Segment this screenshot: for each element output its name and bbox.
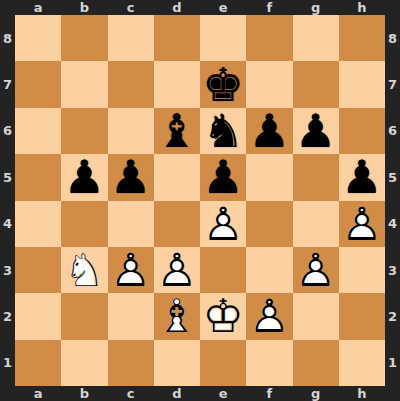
black-pawn-icon: ♟ — [108, 154, 154, 200]
file-label-h: h — [339, 0, 385, 15]
white-pawn-icon: ♟ — [339, 201, 385, 247]
white-knight-outline-icon: ♘ — [61, 247, 107, 293]
square-e3[interactable] — [200, 247, 246, 293]
file-label-a: a — [15, 386, 61, 401]
white-bishop-outline-icon: ♗ — [154, 293, 200, 339]
piece-black-king[interactable]: ♚ — [200, 61, 246, 107]
square-b7[interactable] — [61, 61, 107, 107]
square-g6[interactable]: ♟ — [293, 108, 339, 154]
square-a5[interactable] — [15, 154, 61, 200]
chess-board-frame: abcdefgh abcdefgh 87654321 87654321 ♚♝♞♟… — [0, 0, 400, 401]
piece-black-pawn[interactable]: ♟ — [293, 108, 339, 154]
black-pawn-icon: ♟ — [61, 154, 107, 200]
square-d1[interactable] — [154, 340, 200, 386]
square-a7[interactable] — [15, 61, 61, 107]
rank-label-1: 1 — [385, 340, 400, 386]
square-d4[interactable] — [154, 201, 200, 247]
square-a4[interactable] — [15, 201, 61, 247]
white-pawn-icon: ♟ — [200, 201, 246, 247]
square-e2[interactable]: ♚♔ — [200, 293, 246, 339]
square-e1[interactable] — [200, 340, 246, 386]
piece-black-pawn[interactable]: ♟ — [61, 154, 107, 200]
square-h1[interactable] — [339, 340, 385, 386]
square-f8[interactable] — [246, 15, 292, 61]
file-label-g: g — [293, 386, 339, 401]
square-f3[interactable] — [246, 247, 292, 293]
white-pawn-icon: ♟ — [246, 293, 292, 339]
square-h4[interactable]: ♟♙ — [339, 201, 385, 247]
square-b4[interactable] — [61, 201, 107, 247]
black-pawn-icon: ♟ — [293, 108, 339, 154]
square-a6[interactable] — [15, 108, 61, 154]
square-g2[interactable] — [293, 293, 339, 339]
square-c2[interactable] — [108, 293, 154, 339]
piece-white-pawn[interactable]: ♟♙ — [293, 247, 339, 293]
file-label-h: h — [339, 386, 385, 401]
square-d2[interactable]: ♝♗ — [154, 293, 200, 339]
piece-black-pawn[interactable]: ♟ — [246, 108, 292, 154]
board: ♚♝♞♟♟♟♟♟♟♟♙♟♙♞♘♟♙♟♙♟♙♝♗♚♔♟♙ — [15, 15, 385, 386]
square-g8[interactable] — [293, 15, 339, 61]
piece-black-pawn[interactable]: ♟ — [200, 154, 246, 200]
black-pawn-icon: ♟ — [339, 154, 385, 200]
black-bishop-icon: ♝ — [154, 108, 200, 154]
square-b8[interactable] — [61, 15, 107, 61]
piece-white-pawn[interactable]: ♟♙ — [200, 201, 246, 247]
black-king-icon: ♚ — [200, 61, 246, 107]
rank-label-4: 4 — [385, 201, 400, 247]
rank-label-8: 8 — [0, 15, 15, 61]
square-a1[interactable] — [15, 340, 61, 386]
square-h5[interactable]: ♟ — [339, 154, 385, 200]
piece-white-pawn[interactable]: ♟♙ — [154, 247, 200, 293]
file-label-d: d — [154, 386, 200, 401]
square-h3[interactable] — [339, 247, 385, 293]
square-e8[interactable] — [200, 15, 246, 61]
rank-label-5: 5 — [385, 154, 400, 200]
piece-white-knight[interactable]: ♞♘ — [61, 247, 107, 293]
square-c3[interactable]: ♟♙ — [108, 247, 154, 293]
file-label-f: f — [246, 386, 292, 401]
piece-black-pawn[interactable]: ♟ — [339, 154, 385, 200]
square-g1[interactable] — [293, 340, 339, 386]
white-pawn-icon: ♟ — [293, 247, 339, 293]
rank-label-7: 7 — [385, 61, 400, 107]
white-pawn-outline-icon: ♙ — [200, 201, 246, 247]
white-pawn-outline-icon: ♙ — [108, 247, 154, 293]
rank-labels-left: 87654321 — [0, 15, 15, 386]
square-e5[interactable]: ♟ — [200, 154, 246, 200]
square-e7[interactable]: ♚ — [200, 61, 246, 107]
white-king-outline-icon: ♔ — [200, 293, 246, 339]
rank-label-3: 3 — [385, 247, 400, 293]
white-bishop-icon: ♝ — [154, 293, 200, 339]
square-d5[interactable] — [154, 154, 200, 200]
black-pawn-icon: ♟ — [246, 108, 292, 154]
square-d8[interactable] — [154, 15, 200, 61]
square-d6[interactable]: ♝ — [154, 108, 200, 154]
rank-label-1: 1 — [0, 340, 15, 386]
square-b2[interactable] — [61, 293, 107, 339]
square-e4[interactable]: ♟♙ — [200, 201, 246, 247]
white-pawn-icon: ♟ — [108, 247, 154, 293]
rank-label-3: 3 — [0, 247, 15, 293]
rank-labels-right: 87654321 — [385, 15, 400, 386]
file-label-e: e — [200, 0, 246, 15]
piece-black-pawn[interactable]: ♟ — [108, 154, 154, 200]
square-g3[interactable]: ♟♙ — [293, 247, 339, 293]
square-f4[interactable] — [246, 201, 292, 247]
square-c5[interactable]: ♟ — [108, 154, 154, 200]
square-c7[interactable] — [108, 61, 154, 107]
square-h8[interactable] — [339, 15, 385, 61]
piece-black-bishop[interactable]: ♝ — [154, 108, 200, 154]
white-king-icon: ♚ — [200, 293, 246, 339]
piece-white-king[interactable]: ♚♔ — [200, 293, 246, 339]
square-b6[interactable] — [61, 108, 107, 154]
square-c4[interactable] — [108, 201, 154, 247]
white-pawn-icon: ♟ — [154, 247, 200, 293]
file-labels-bottom: abcdefgh — [15, 386, 385, 401]
square-g4[interactable] — [293, 201, 339, 247]
black-pawn-icon: ♟ — [200, 154, 246, 200]
square-g5[interactable] — [293, 154, 339, 200]
rank-label-6: 6 — [0, 108, 15, 154]
square-c6[interactable] — [108, 108, 154, 154]
white-pawn-outline-icon: ♙ — [339, 201, 385, 247]
file-label-b: b — [61, 386, 107, 401]
square-h2[interactable] — [339, 293, 385, 339]
rank-label-8: 8 — [385, 15, 400, 61]
file-label-g: g — [293, 0, 339, 15]
square-f6[interactable]: ♟ — [246, 108, 292, 154]
square-b1[interactable] — [61, 340, 107, 386]
white-pawn-outline-icon: ♙ — [293, 247, 339, 293]
white-pawn-outline-icon: ♙ — [246, 293, 292, 339]
rank-label-7: 7 — [0, 61, 15, 107]
square-f5[interactable] — [246, 154, 292, 200]
square-c8[interactable] — [108, 15, 154, 61]
square-h6[interactable] — [339, 108, 385, 154]
piece-black-knight[interactable]: ♞ — [200, 108, 246, 154]
rank-label-2: 2 — [0, 293, 15, 339]
rank-label-5: 5 — [0, 154, 15, 200]
square-g7[interactable] — [293, 61, 339, 107]
white-pawn-outline-icon: ♙ — [154, 247, 200, 293]
square-h7[interactable] — [339, 61, 385, 107]
file-label-f: f — [246, 0, 292, 15]
piece-white-pawn[interactable]: ♟♙ — [108, 247, 154, 293]
file-label-d: d — [154, 0, 200, 15]
square-a8[interactable] — [15, 15, 61, 61]
square-f1[interactable] — [246, 340, 292, 386]
square-d3[interactable]: ♟♙ — [154, 247, 200, 293]
square-f2[interactable]: ♟♙ — [246, 293, 292, 339]
square-c1[interactable] — [108, 340, 154, 386]
piece-white-pawn[interactable]: ♟♙ — [339, 201, 385, 247]
square-b5[interactable]: ♟ — [61, 154, 107, 200]
piece-white-pawn[interactable]: ♟♙ — [246, 293, 292, 339]
rank-label-4: 4 — [0, 201, 15, 247]
rank-label-6: 6 — [385, 108, 400, 154]
piece-white-bishop[interactable]: ♝♗ — [154, 293, 200, 339]
square-a2[interactable] — [15, 293, 61, 339]
file-label-e: e — [200, 386, 246, 401]
white-knight-icon: ♞ — [61, 247, 107, 293]
file-label-c: c — [108, 0, 154, 15]
square-f7[interactable] — [246, 61, 292, 107]
square-b3[interactable]: ♞♘ — [61, 247, 107, 293]
square-d7[interactable] — [154, 61, 200, 107]
black-knight-icon: ♞ — [200, 108, 246, 154]
file-label-a: a — [15, 0, 61, 15]
rank-label-2: 2 — [385, 293, 400, 339]
square-a3[interactable] — [15, 247, 61, 293]
square-e6[interactable]: ♞ — [200, 108, 246, 154]
file-label-c: c — [108, 386, 154, 401]
file-label-b: b — [61, 0, 107, 15]
file-labels-top: abcdefgh — [15, 0, 385, 15]
